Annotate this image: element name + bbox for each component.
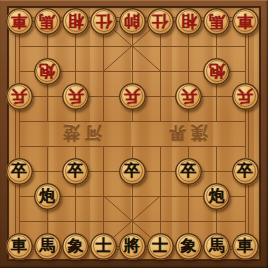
board-grid-lines bbox=[0, 0, 268, 268]
piece-black-士[interactable]: 士 bbox=[90, 233, 117, 260]
piece-red-兵[interactable]: 兵 bbox=[232, 83, 259, 110]
piece-red-兵[interactable]: 兵 bbox=[6, 83, 33, 110]
piece-glyph: 將 bbox=[124, 238, 140, 254]
piece-glyph: 兵 bbox=[11, 88, 27, 104]
piece-glyph: 炮 bbox=[39, 188, 55, 204]
piece-red-仕[interactable]: 仕 bbox=[90, 8, 117, 35]
piece-red-兵[interactable]: 兵 bbox=[175, 83, 202, 110]
piece-black-車[interactable]: 車 bbox=[6, 233, 33, 260]
piece-red-相[interactable]: 相 bbox=[62, 8, 89, 35]
piece-red-馬[interactable]: 馬 bbox=[34, 8, 61, 35]
piece-black-卒[interactable]: 卒 bbox=[232, 158, 259, 185]
piece-black-馬[interactable]: 馬 bbox=[203, 233, 230, 260]
piece-glyph: 相 bbox=[181, 13, 197, 29]
piece-black-車[interactable]: 車 bbox=[232, 233, 259, 260]
piece-glyph: 士 bbox=[152, 238, 168, 254]
piece-glyph: 卒 bbox=[124, 163, 140, 179]
piece-red-兵[interactable]: 兵 bbox=[62, 83, 89, 110]
piece-red-炮[interactable]: 炮 bbox=[203, 58, 230, 85]
river-inscription-left: 河楚 bbox=[46, 121, 114, 145]
piece-black-炮[interactable]: 炮 bbox=[203, 183, 230, 210]
river-inscription-right: 漢界 bbox=[152, 121, 220, 145]
piece-glyph: 車 bbox=[237, 238, 253, 254]
piece-red-車[interactable]: 車 bbox=[232, 8, 259, 35]
piece-glyph: 炮 bbox=[39, 63, 55, 79]
piece-black-卒[interactable]: 卒 bbox=[6, 158, 33, 185]
piece-glyph: 車 bbox=[11, 238, 27, 254]
piece-glyph: 卒 bbox=[68, 163, 84, 179]
piece-black-卒[interactable]: 卒 bbox=[175, 158, 202, 185]
piece-black-炮[interactable]: 炮 bbox=[34, 183, 61, 210]
piece-glyph: 仕 bbox=[152, 13, 168, 29]
piece-red-馬[interactable]: 馬 bbox=[203, 8, 230, 35]
piece-glyph: 仕 bbox=[96, 13, 112, 29]
piece-red-相[interactable]: 相 bbox=[175, 8, 202, 35]
piece-glyph: 象 bbox=[181, 238, 197, 254]
piece-glyph: 帥 bbox=[124, 13, 140, 29]
piece-red-車[interactable]: 車 bbox=[6, 8, 33, 35]
piece-glyph: 卒 bbox=[181, 163, 197, 179]
xiangqi-board: 河楚 漢界 車馬相仕帥仕相馬車炮炮兵兵兵兵兵卒卒卒卒卒炮炮車馬象士將士象馬車 bbox=[0, 0, 268, 268]
piece-red-兵[interactable]: 兵 bbox=[119, 83, 146, 110]
piece-glyph: 馬 bbox=[39, 13, 55, 29]
piece-black-將[interactable]: 將 bbox=[119, 233, 146, 260]
piece-glyph: 炮 bbox=[209, 188, 225, 204]
piece-glyph: 馬 bbox=[209, 238, 225, 254]
piece-black-卒[interactable]: 卒 bbox=[62, 158, 89, 185]
piece-glyph: 卒 bbox=[237, 163, 253, 179]
piece-glyph: 卒 bbox=[11, 163, 27, 179]
piece-red-仕[interactable]: 仕 bbox=[147, 8, 174, 35]
piece-black-馬[interactable]: 馬 bbox=[34, 233, 61, 260]
piece-glyph: 兵 bbox=[68, 88, 84, 104]
piece-red-帥[interactable]: 帥 bbox=[119, 8, 146, 35]
piece-glyph: 象 bbox=[68, 238, 84, 254]
piece-glyph: 兵 bbox=[124, 88, 140, 104]
piece-glyph: 馬 bbox=[39, 238, 55, 254]
piece-glyph: 士 bbox=[96, 238, 112, 254]
piece-glyph: 兵 bbox=[237, 88, 253, 104]
piece-black-象[interactable]: 象 bbox=[175, 233, 202, 260]
piece-black-象[interactable]: 象 bbox=[62, 233, 89, 260]
piece-glyph: 相 bbox=[68, 13, 84, 29]
piece-red-炮[interactable]: 炮 bbox=[34, 58, 61, 85]
piece-glyph: 兵 bbox=[181, 88, 197, 104]
piece-glyph: 炮 bbox=[209, 63, 225, 79]
piece-glyph: 車 bbox=[237, 13, 253, 29]
piece-glyph: 車 bbox=[11, 13, 27, 29]
piece-black-士[interactable]: 士 bbox=[147, 233, 174, 260]
piece-glyph: 馬 bbox=[209, 13, 225, 29]
piece-black-卒[interactable]: 卒 bbox=[119, 158, 146, 185]
